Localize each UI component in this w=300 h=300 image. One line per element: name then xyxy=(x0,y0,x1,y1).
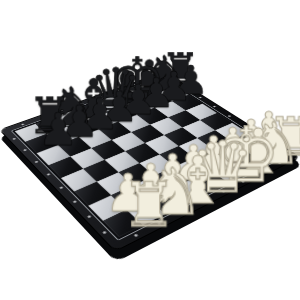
product-photo: ♜♞♝♛♚♝♞♜♟♟♟♟♟♟♟♟♟♟♟♟♟♟♟♟♜♞♝♛♚♝♞♜ xyxy=(0,0,300,300)
frame-rivet xyxy=(72,200,77,203)
frame-rivet xyxy=(212,105,216,107)
chess-grid: ♜♞♝♛♚♝♞♜♟♟♟♟♟♟♟♟♟♟♟♟♟♟♟♟♜♞♝♛♚♝♞♜ xyxy=(15,78,283,237)
frame-rivet xyxy=(23,149,27,151)
frame-rivet xyxy=(59,186,64,189)
piece-black-pawn-a7[interactable]: ♟ xyxy=(38,107,63,152)
piece-white-rook-a1[interactable]: ♜ xyxy=(121,175,150,236)
frame-rivet xyxy=(34,160,38,163)
frame-rivet xyxy=(102,230,107,234)
chess-board-3d: ♜♞♝♛♚♝♞♜♟♟♟♟♟♟♟♟♟♟♟♟♟♟♟♟♜♞♝♛♚♝♞♜ xyxy=(0,72,299,251)
frame-pinstripe: ♜♞♝♛♚♝♞♜♟♟♟♟♟♟♟♟♟♟♟♟♟♟♟♟♜♞♝♛♚♝♞♜ xyxy=(11,76,288,240)
frame-rivet xyxy=(46,173,50,176)
frame-rivet xyxy=(12,137,16,139)
board-frame: ♜♞♝♛♚♝♞♜♟♟♟♟♟♟♟♟♟♟♟♟♟♟♟♟♜♞♝♛♚♝♞♜ xyxy=(0,72,299,251)
frame-rivet xyxy=(87,215,92,218)
